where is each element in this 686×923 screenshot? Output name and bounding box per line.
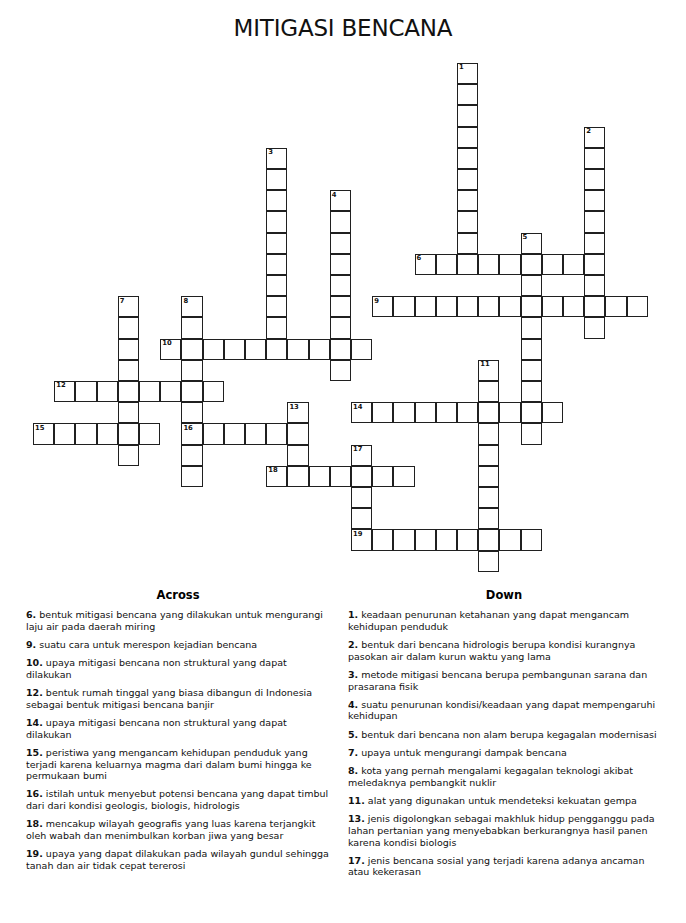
down-clue-number: 8. — [348, 765, 358, 776]
grid-cell-r13c11[interactable] — [266, 339, 287, 360]
grid-cell-r5c20[interactable] — [457, 169, 478, 190]
grid-cell-r13c9[interactable] — [224, 339, 245, 360]
grid-cell-r8c20[interactable] — [457, 233, 478, 254]
down-clue-13: 13. jenis digolongkan sebagai makhluk hi… — [348, 813, 660, 848]
grid-cell-r21c21[interactable] — [478, 508, 499, 529]
grid-cell-r17c10[interactable] — [245, 423, 266, 444]
grid-cell-r11c26[interactable] — [584, 296, 605, 317]
cell-number-6: 6 — [417, 255, 422, 262]
across-clue-14: 14. upaya mitigasi bencana non struktura… — [26, 717, 330, 740]
grid-cell-r10c14[interactable] — [330, 275, 351, 296]
down-clue-number: 11. — [348, 795, 365, 806]
grid-cell-r22c17[interactable] — [393, 529, 414, 550]
across-clue-number: 18. — [26, 818, 43, 829]
grid-cell-r17c8[interactable] — [203, 423, 224, 444]
grid-cell-r12c11[interactable] — [266, 317, 287, 338]
grid-cell-r16c20[interactable] — [457, 402, 478, 423]
grid-cell-r19c12[interactable] — [287, 466, 308, 487]
grid-cell-r15c4[interactable] — [118, 381, 139, 402]
grid-cell-r8c14[interactable] — [330, 233, 351, 254]
grid-cell-r16c24[interactable] — [542, 402, 563, 423]
grid-cell-r15c23[interactable] — [521, 381, 542, 402]
grid-cell-r12c14[interactable] — [330, 317, 351, 338]
grid-cell-r17c23[interactable] — [521, 423, 542, 444]
grid-cell-r13c15[interactable] — [351, 339, 372, 360]
grid-cell-r17c9[interactable] — [224, 423, 245, 444]
crossword-grid: 12345678910111213141516171819 — [33, 63, 649, 573]
grid-cell-r11c25[interactable] — [563, 296, 584, 317]
grid-cell-r9c25[interactable] — [563, 254, 584, 275]
grid-cell-r4c20[interactable] — [457, 148, 478, 169]
across-clue-number: 19. — [26, 848, 43, 859]
grid-cell-r9c22[interactable] — [499, 254, 520, 275]
cell-number-18: 18 — [268, 467, 277, 474]
grid-cell-r18c4[interactable] — [118, 445, 139, 466]
down-clue-number: 7. — [348, 747, 358, 758]
down-header: Down — [348, 588, 660, 602]
grid-cell-r15c5[interactable] — [139, 381, 160, 402]
grid-cell-r17c2[interactable] — [75, 423, 96, 444]
grid-cell-r17c4[interactable] — [118, 423, 139, 444]
grid-cell-r16c21[interactable] — [478, 402, 499, 423]
grid-cell-r4c26[interactable] — [584, 148, 605, 169]
grid-cell-r9c21[interactable] — [478, 254, 499, 275]
puzzle-title: MITIGASI BENCANA — [0, 15, 686, 41]
grid-cell-r8c26[interactable] — [584, 233, 605, 254]
cell-number-9: 9 — [374, 298, 379, 305]
grid-cell-r15c8[interactable] — [203, 381, 224, 402]
grid-cell-r15c2[interactable] — [75, 381, 96, 402]
grid-cell-r16c23[interactable] — [521, 402, 542, 423]
grid-cell-r11c24[interactable] — [542, 296, 563, 317]
grid-cell-r22c18[interactable] — [415, 529, 436, 550]
grid-cell-r13c10[interactable] — [245, 339, 266, 360]
across-clue-number: 10. — [26, 657, 43, 668]
across-clue-12: 12. bentuk rumah tinggal yang biasa diba… — [26, 687, 330, 710]
grid-cell-r17c11[interactable] — [266, 423, 287, 444]
down-clue-2: 2. bentuk dari bencana hidrologis berupa… — [348, 639, 660, 662]
cell-number-19: 19 — [353, 531, 362, 538]
grid-cell-r15c7[interactable] — [181, 381, 202, 402]
grid-cell-r13c8[interactable] — [203, 339, 224, 360]
grid-cell-r11c19[interactable] — [436, 296, 457, 317]
grid-cell-r11c22[interactable] — [499, 296, 520, 317]
down-clue-1: 1. keadaan penurunan ketahanan yang dapa… — [348, 609, 660, 632]
across-clue-16: 16. istilah untuk menyebut potensi benca… — [26, 788, 330, 811]
across-clue-9: 9. suatu cara untuk merespon kejadian be… — [26, 639, 330, 651]
grid-cell-r16c19[interactable] — [436, 402, 457, 423]
grid-cell-r19c16[interactable] — [372, 466, 393, 487]
grid-cell-r12c23[interactable] — [521, 317, 542, 338]
cell-number-10: 10 — [162, 340, 171, 347]
down-clue-number: 5. — [348, 729, 358, 740]
grid-cell-r17c3[interactable] — [97, 423, 118, 444]
grid-cell-r9c24[interactable] — [542, 254, 563, 275]
cell-number-7: 7 — [120, 298, 125, 305]
grid-cell-r12c7[interactable] — [181, 317, 202, 338]
across-clue-6: 6. bentuk mitigasi bencana yang dilakuka… — [26, 609, 330, 632]
grid-cell-r10c11[interactable] — [266, 275, 287, 296]
grid-cell-r22c20[interactable] — [457, 529, 478, 550]
grid-cell-r11c14[interactable] — [330, 296, 351, 317]
down-clue-number: 17. — [348, 855, 365, 866]
grid-cell-r16c7[interactable] — [181, 402, 202, 423]
cell-number-16: 16 — [183, 425, 192, 432]
grid-cell-r22c19[interactable] — [436, 529, 457, 550]
grid-cell-r20c15[interactable] — [351, 487, 372, 508]
grid-cell-r6c20[interactable] — [457, 190, 478, 211]
grid-cell-r13c12[interactable] — [287, 339, 308, 360]
grid-cell-r15c6[interactable] — [160, 381, 181, 402]
cell-number-17: 17 — [353, 446, 362, 453]
grid-cell-r13c23[interactable] — [521, 339, 542, 360]
down-clue-7: 7. upaya untuk mengurangi dampak bencana — [348, 747, 660, 759]
grid-cell-r19c17[interactable] — [393, 466, 414, 487]
grid-cell-r17c5[interactable] — [139, 423, 160, 444]
down-clue-3: 3. metode mitigasi bencana berupa pemban… — [348, 669, 660, 692]
grid-cell-r11c18[interactable] — [415, 296, 436, 317]
grid-cell-r9c26[interactable] — [584, 254, 605, 275]
across-clue-number: 9. — [26, 639, 36, 650]
down-clue-11: 11. alat yang digunakan untuk mendeteksi… — [348, 795, 660, 807]
down-clue-list: 1. keadaan penurunan ketahanan yang dapa… — [348, 609, 660, 878]
down-clue-5: 5. bentuk dari bencana non alam berupa k… — [348, 729, 660, 741]
across-clue-18: 18. mencakup wilayah geografis yang luas… — [26, 818, 330, 841]
down-clue-number: 1. — [348, 609, 358, 620]
grid-cell-r11c11[interactable] — [266, 296, 287, 317]
down-clue-number: 2. — [348, 639, 358, 650]
grid-cell-r19c15[interactable] — [351, 466, 372, 487]
grid-cell-r13c14[interactable] — [330, 339, 351, 360]
grid-cell-r3c20[interactable] — [457, 127, 478, 148]
grid-cell-r11c28[interactable] — [627, 296, 648, 317]
grid-cell-r2c20[interactable] — [457, 105, 478, 126]
down-clue-number: 4. — [348, 699, 358, 710]
across-clue-number: 12. — [26, 687, 43, 698]
grid-cell-r10c23[interactable] — [521, 275, 542, 296]
down-clue-number: 13. — [348, 813, 365, 824]
cell-number-4: 4 — [332, 192, 337, 199]
across-clue-number: 15. — [26, 747, 43, 758]
grid-cell-r5c11[interactable] — [266, 169, 287, 190]
grid-cell-r14c7[interactable] — [181, 360, 202, 381]
cell-number-5: 5 — [523, 234, 528, 241]
cell-number-15: 15 — [35, 425, 44, 432]
grid-cell-r20c21[interactable] — [478, 487, 499, 508]
grid-cell-r22c16[interactable] — [372, 529, 393, 550]
grid-cell-r5c26[interactable] — [584, 169, 605, 190]
grid-cell-r11c27[interactable] — [605, 296, 626, 317]
grid-cell-r9c20[interactable] — [457, 254, 478, 275]
cell-number-1: 1 — [459, 64, 464, 71]
grid-cell-r9c14[interactable] — [330, 254, 351, 275]
cell-number-8: 8 — [183, 298, 188, 305]
grid-cell-r13c7[interactable] — [181, 339, 202, 360]
grid-cell-r12c26[interactable] — [584, 317, 605, 338]
grid-cell-r6c26[interactable] — [584, 190, 605, 211]
cell-number-11: 11 — [480, 361, 489, 368]
down-clue-4: 4. suatu penurunan kondisi/keadaan yang … — [348, 699, 660, 722]
down-clues-section: Down 1. keadaan penurunan ketahanan yang… — [348, 588, 660, 885]
grid-cell-r11c23[interactable] — [521, 296, 542, 317]
grid-cell-r9c19[interactable] — [436, 254, 457, 275]
grid-cell-r15c21[interactable] — [478, 381, 499, 402]
grid-cell-r17c1[interactable] — [54, 423, 75, 444]
grid-cell-r10c26[interactable] — [584, 275, 605, 296]
grid-cell-r14c23[interactable] — [521, 360, 542, 381]
grid-cell-r16c4[interactable] — [118, 402, 139, 423]
down-clue-8: 8. kota yang pernah mengalami kegagalan … — [348, 765, 660, 788]
across-clue-list: 6. bentuk mitigasi bencana yang dilakuka… — [26, 609, 330, 872]
grid-cell-r7c26[interactable] — [584, 211, 605, 232]
grid-cell-r14c14[interactable] — [330, 360, 351, 381]
across-header: Across — [26, 588, 330, 602]
grid-cell-r16c18[interactable] — [415, 402, 436, 423]
cell-number-12: 12 — [56, 382, 65, 389]
grid-cell-r19c14[interactable] — [330, 466, 351, 487]
grid-cell-r22c23[interactable] — [521, 529, 542, 550]
grid-cell-r16c16[interactable] — [372, 402, 393, 423]
across-clue-19: 19. upaya yang dapat dilakukan pada wila… — [26, 848, 330, 871]
grid-cell-r23c21[interactable] — [478, 551, 499, 572]
grid-cell-r16c17[interactable] — [393, 402, 414, 423]
grid-cell-r19c13[interactable] — [309, 466, 330, 487]
across-clues-section: Across 6. bentuk mitigasi bencana yang d… — [26, 588, 330, 878]
grid-cell-r22c21[interactable] — [478, 529, 499, 550]
cell-number-14: 14 — [353, 404, 362, 411]
across-clue-10: 10. upaya mitigasi bencana non struktura… — [26, 657, 330, 680]
cell-number-13: 13 — [289, 404, 298, 411]
grid-cell-r11c17[interactable] — [393, 296, 414, 317]
grid-cell-r17c21[interactable] — [478, 423, 499, 444]
grid-cell-r16c22[interactable] — [499, 402, 520, 423]
across-clue-number: 6. — [26, 609, 36, 620]
cell-number-3: 3 — [268, 149, 273, 156]
across-clue-number: 14. — [26, 717, 43, 728]
grid-cell-r18c12[interactable] — [287, 445, 308, 466]
grid-cell-r7c11[interactable] — [266, 211, 287, 232]
grid-cell-r7c20[interactable] — [457, 211, 478, 232]
grid-cell-r1c20[interactable] — [457, 84, 478, 105]
grid-cell-r18c7[interactable] — [181, 445, 202, 466]
across-clue-15: 15. peristiwa yang mengancam kehidupan p… — [26, 747, 330, 782]
grid-cell-r19c7[interactable] — [181, 466, 202, 487]
grid-cell-r6c11[interactable] — [266, 190, 287, 211]
grid-cell-r18c21[interactable] — [478, 445, 499, 466]
grid-cell-r13c4[interactable] — [118, 339, 139, 360]
grid-cell-r21c15[interactable] — [351, 508, 372, 529]
grid-cell-r12c4[interactable] — [118, 317, 139, 338]
grid-cell-r7c14[interactable] — [330, 211, 351, 232]
grid-cell-r9c11[interactable] — [266, 254, 287, 275]
down-clue-17: 17. jenis bencana sosial yang terjadi ka… — [348, 855, 660, 878]
grid-cell-r15c3[interactable] — [97, 381, 118, 402]
grid-cell-r14c4[interactable] — [118, 360, 139, 381]
grid-cell-r19c21[interactable] — [478, 466, 499, 487]
down-clue-number: 3. — [348, 669, 358, 680]
grid-cell-r11c20[interactable] — [457, 296, 478, 317]
across-clue-number: 16. — [26, 788, 43, 799]
cell-number-2: 2 — [586, 128, 591, 135]
grid-cell-r11c21[interactable] — [478, 296, 499, 317]
grid-cell-r22c22[interactable] — [499, 529, 520, 550]
grid-cell-r9c23[interactable] — [521, 254, 542, 275]
grid-cell-r8c11[interactable] — [266, 233, 287, 254]
grid-cell-r17c12[interactable] — [287, 423, 308, 444]
grid-cell-r13c13[interactable] — [309, 339, 330, 360]
